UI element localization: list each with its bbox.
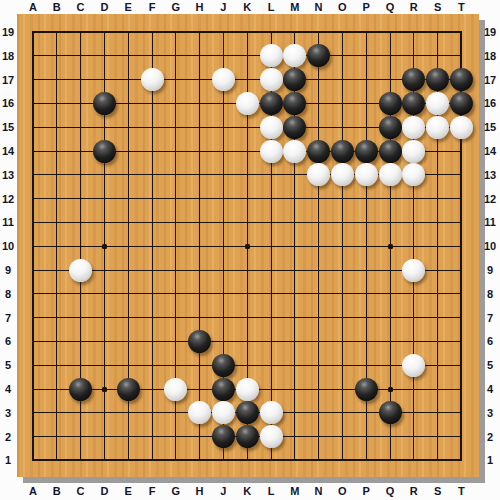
row-label-left-15: 15 [2, 122, 14, 133]
column-label-top-L: L [268, 2, 275, 13]
row-label-left-8: 8 [5, 288, 11, 299]
column-label-bottom-N: N [315, 486, 323, 497]
white-stone[interactable] [402, 140, 425, 163]
column-label-bottom-J: J [220, 486, 226, 497]
column-label-top-G: G [172, 2, 181, 13]
star-point [102, 244, 107, 249]
white-stone[interactable] [236, 92, 259, 115]
column-label-top-N: N [315, 2, 323, 13]
column-label-bottom-K: K [243, 486, 251, 497]
black-stone[interactable] [93, 140, 116, 163]
white-stone[interactable] [212, 68, 235, 91]
row-label-right-5: 5 [487, 360, 493, 371]
white-stone[interactable] [260, 116, 283, 139]
column-label-top-O: O [338, 2, 347, 13]
black-stone[interactable] [236, 425, 259, 448]
grid-line-horizontal [33, 293, 461, 294]
white-stone[interactable] [283, 140, 306, 163]
grid-line-vertical [342, 32, 343, 460]
column-label-bottom-L: L [268, 486, 275, 497]
row-label-right-10: 10 [484, 241, 496, 252]
white-stone[interactable] [426, 92, 449, 115]
row-label-right-18: 18 [484, 50, 496, 61]
row-label-right-13: 13 [484, 169, 496, 180]
black-stone[interactable] [236, 401, 259, 424]
white-stone[interactable] [402, 116, 425, 139]
black-stone[interactable] [188, 330, 211, 353]
white-stone[interactable] [426, 116, 449, 139]
column-label-top-E: E [125, 2, 132, 13]
white-stone[interactable] [260, 44, 283, 67]
column-label-bottom-A: A [29, 486, 37, 497]
row-label-left-12: 12 [2, 193, 14, 204]
white-stone[interactable] [236, 378, 259, 401]
black-stone[interactable] [93, 92, 116, 115]
column-label-bottom-H: H [196, 486, 204, 497]
black-stone[interactable] [212, 378, 235, 401]
row-label-right-12: 12 [484, 193, 496, 204]
column-label-bottom-G: G [172, 486, 181, 497]
star-point [102, 387, 107, 392]
grid-line-horizontal [33, 341, 461, 342]
row-label-left-4: 4 [5, 384, 11, 395]
row-label-left-14: 14 [2, 146, 14, 157]
black-stone[interactable] [379, 140, 402, 163]
column-label-bottom-C: C [77, 486, 85, 497]
column-label-bottom-P: P [363, 486, 370, 497]
row-label-left-5: 5 [5, 360, 11, 371]
go-board[interactable] [17, 14, 479, 477]
star-point [388, 244, 393, 249]
row-label-left-16: 16 [2, 98, 14, 109]
grid-line-horizontal [33, 270, 461, 271]
column-label-bottom-F: F [149, 486, 156, 497]
column-label-top-Q: Q [386, 2, 395, 13]
row-label-left-7: 7 [5, 312, 11, 323]
row-label-right-9: 9 [487, 265, 493, 276]
column-label-top-T: T [458, 2, 465, 13]
black-stone[interactable] [283, 116, 306, 139]
row-label-left-18: 18 [2, 50, 14, 61]
column-label-top-M: M [290, 2, 299, 13]
column-label-bottom-T: T [458, 486, 465, 497]
white-stone[interactable] [260, 140, 283, 163]
column-label-top-A: A [29, 2, 37, 13]
white-stone[interactable] [260, 425, 283, 448]
column-label-top-J: J [220, 2, 226, 13]
white-stone[interactable] [450, 116, 473, 139]
white-stone[interactable] [69, 259, 92, 282]
column-label-bottom-S: S [434, 486, 441, 497]
grid-line-vertical [318, 32, 319, 460]
column-label-top-P: P [363, 2, 370, 13]
black-stone[interactable] [379, 401, 402, 424]
row-label-left-11: 11 [2, 217, 14, 228]
row-label-right-8: 8 [487, 288, 493, 299]
grid-line-horizontal [33, 365, 461, 366]
black-stone[interactable] [69, 378, 92, 401]
row-label-right-6: 6 [487, 336, 493, 347]
white-stone[interactable] [164, 378, 187, 401]
row-label-left-9: 9 [5, 265, 11, 276]
black-stone[interactable] [450, 68, 473, 91]
star-point [245, 244, 250, 249]
black-stone[interactable] [355, 378, 378, 401]
row-label-left-1: 1 [5, 455, 11, 466]
row-label-right-7: 7 [487, 312, 493, 323]
white-stone[interactable] [260, 68, 283, 91]
black-stone[interactable] [212, 354, 235, 377]
row-label-left-19: 19 [2, 27, 14, 38]
black-stone[interactable] [331, 140, 354, 163]
black-stone[interactable] [379, 92, 402, 115]
white-stone[interactable] [355, 163, 378, 186]
column-label-top-B: B [53, 2, 61, 13]
white-stone[interactable] [402, 259, 425, 282]
black-stone[interactable] [379, 116, 402, 139]
row-label-left-10: 10 [2, 241, 14, 252]
row-label-right-3: 3 [487, 407, 493, 418]
black-stone[interactable] [117, 378, 140, 401]
black-stone[interactable] [212, 425, 235, 448]
column-label-bottom-D: D [100, 486, 108, 497]
column-label-top-D: D [100, 2, 108, 13]
column-label-bottom-E: E [125, 486, 132, 497]
white-stone[interactable] [260, 401, 283, 424]
column-label-bottom-M: M [290, 486, 299, 497]
black-stone[interactable] [260, 92, 283, 115]
column-label-top-C: C [77, 2, 85, 13]
row-label-left-3: 3 [5, 407, 11, 418]
column-label-top-H: H [196, 2, 204, 13]
white-stone[interactable] [402, 354, 425, 377]
black-stone[interactable] [355, 140, 378, 163]
go-board-screenshot: ABCDEFGHJKLMNOPQRST ABCDEFGHJKLMNOPQRST … [0, 0, 500, 500]
row-label-left-17: 17 [2, 74, 14, 85]
column-label-bottom-Q: Q [386, 486, 395, 497]
white-stone[interactable] [379, 163, 402, 186]
star-point [388, 387, 393, 392]
row-label-left-2: 2 [5, 431, 11, 442]
column-label-top-R: R [410, 2, 418, 13]
column-label-bottom-R: R [410, 486, 418, 497]
column-label-top-S: S [434, 2, 441, 13]
white-stone[interactable] [141, 68, 164, 91]
row-label-right-15: 15 [484, 122, 496, 133]
row-label-right-1: 1 [487, 455, 493, 466]
black-stone[interactable] [450, 92, 473, 115]
row-label-right-19: 19 [484, 27, 496, 38]
row-label-right-14: 14 [484, 146, 496, 157]
row-label-right-11: 11 [484, 217, 496, 228]
row-label-left-13: 13 [2, 169, 14, 180]
column-label-bottom-O: O [338, 486, 347, 497]
column-label-bottom-B: B [53, 486, 61, 497]
grid-line-horizontal [33, 317, 461, 318]
row-label-right-2: 2 [487, 431, 493, 442]
row-label-right-16: 16 [484, 98, 496, 109]
column-label-top-K: K [243, 2, 251, 13]
row-label-right-4: 4 [487, 384, 493, 395]
row-label-left-6: 6 [5, 336, 11, 347]
black-stone[interactable] [307, 140, 330, 163]
row-label-right-17: 17 [484, 74, 496, 85]
column-label-top-F: F [149, 2, 156, 13]
